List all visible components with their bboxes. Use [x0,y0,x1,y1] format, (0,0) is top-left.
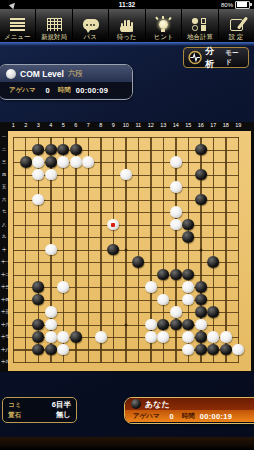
stone-black [195,344,207,356]
pencil-edit-icon [227,17,245,32]
col-label-2: 2 [24,123,27,129]
stone-white [220,331,232,343]
stone-black [207,256,219,268]
row-label-6: 六 [1,197,7,201]
battery-icon [235,1,250,9]
stone-black [32,144,44,156]
stone-white [45,169,57,181]
you-time-label: 時間 [182,412,195,421]
stone-black [45,156,57,168]
col-label-5: 5 [62,123,65,129]
stone-white [95,331,107,343]
col-label-7: 7 [87,123,90,129]
stone-white [57,331,69,343]
stone-black [32,319,44,331]
col-label-6: 6 [74,123,77,129]
row-label-14: 十四 [1,297,7,301]
toolbar-button-label: 待った [117,33,137,39]
stone-black [182,269,194,281]
stone-white [82,156,94,168]
com-rank: 六段 [68,69,83,79]
toolbar-button-label: 設 定 [229,33,244,39]
bottom-strip [0,437,254,450]
stone-black [195,169,207,181]
komi-value: 6目半 [52,400,71,410]
white-stone-icon [6,69,16,79]
col-label-13: 13 [160,123,166,129]
toolbar: メニュー新規対局パス待ったヒント地合計算設 定 [0,9,254,42]
row-label-1: 一 [1,135,7,139]
clock-time: 11:32 [119,1,135,8]
stone-black [32,344,44,356]
stone-white [182,344,194,356]
stone-white [32,194,44,206]
row-label-7: 七 [1,210,7,214]
toolbar-button-label: 地合計算 [187,33,213,39]
row-label-16: 十六 [1,322,7,326]
stone-white [57,156,69,168]
toolbar-button-label: 新規対局 [41,33,67,39]
row-label-5: 五 [1,185,7,189]
you-captures-value: 0 [170,412,174,421]
stone-black [157,269,169,281]
stone-black [20,156,32,168]
star-point [124,323,127,326]
col-label-19: 19 [235,123,241,129]
handicap-value: 無し [56,410,71,420]
star-point [199,248,202,251]
stone-black [45,344,57,356]
you-captures-label: アゲハマ [133,412,160,421]
stone-black [220,344,232,356]
stone-black [207,344,219,356]
stone-white [170,156,182,168]
you-time-value: 00:00:19 [200,412,232,421]
toolbar-button-label: メニュー [5,33,31,39]
toolbar-button-undo[interactable]: 待った [109,9,145,42]
row-label-2: 二 [1,147,7,151]
row-label-8: 八 [1,222,7,226]
stone-black [70,144,82,156]
stone-white [157,331,169,343]
stone-white [32,156,44,168]
stone-black [107,244,119,256]
stone-black [32,331,44,343]
stone-black [195,281,207,293]
stone-black [195,294,207,306]
stone-black [70,331,82,343]
stone-black [195,306,207,318]
col-label-14: 14 [173,123,179,129]
stone-white [145,281,157,293]
stone-black [170,319,182,331]
location-arrow-icon [9,0,17,8]
com-captures-label: アゲハマ [9,86,36,95]
stone-black [132,256,144,268]
col-label-15: 15 [185,123,191,129]
row-label-3: 三 [1,160,7,164]
you-player-panel: あなた アゲハマ 0 時間 00:00:19 [124,397,254,424]
stone-black [57,144,69,156]
game-info-panel: コミ 6目半 置石 無し [2,397,77,423]
toolbar-button-new-game[interactable]: 新規対局 [36,9,72,42]
col-label-8: 8 [99,123,102,129]
toolbar-button-hint[interactable]: ヒント [146,9,182,42]
row-label-9: 九 [1,235,7,239]
toolbar-button-label: パス [84,33,97,39]
stone-white [57,344,69,356]
analysis-mode-button[interactable]: 分析モード [183,47,249,68]
col-label-9: 9 [112,123,115,129]
raised-hand-icon [118,18,136,32]
col-label-10: 10 [123,123,129,129]
row-label-15: 十五 [1,310,7,314]
stone-black [195,194,207,206]
col-label-4: 4 [49,123,52,129]
last-move-marker [111,223,115,227]
stone-white [45,331,57,343]
black-stone-icon [131,399,141,409]
stone-white [170,306,182,318]
analysis-button-label: 分析 [205,45,222,71]
stone-black [157,319,169,331]
territory-shapes-icon [191,17,209,32]
stone-white [32,169,44,181]
row-label-4: 四 [1,172,7,176]
com-captures-value: 0 [46,86,50,95]
stone-white [145,319,157,331]
handicap-label: 置石 [8,411,21,420]
col-label-12: 12 [148,123,154,129]
star-point [124,248,127,251]
stone-white [157,294,169,306]
col-label-1: 1 [12,123,15,129]
stone-white [120,169,132,181]
row-label-13: 十三 [1,285,7,289]
com-player-name: COM Level [20,69,64,79]
toolbar-button-settings[interactable]: 設 定 [219,9,254,42]
speech-bubble-icon [82,17,100,32]
stone-black [182,219,194,231]
col-label-3: 3 [37,123,40,129]
com-time-value: 00:00:09 [76,86,108,95]
stone-white [45,319,57,331]
stone-white [45,306,57,318]
stone-black [32,294,44,306]
row-label-17: 十七 [1,335,7,339]
light-bulb-icon [154,17,172,32]
stone-white [170,181,182,193]
toolbar-button-menu[interactable]: メニュー [0,9,36,42]
row-label-11: 十一 [1,260,7,264]
toolbar-button-territory[interactable]: 地合計算 [182,9,218,42]
battery-percent: 80% [221,2,233,8]
stone-black [45,144,57,156]
stone-white [170,206,182,218]
toolbar-button-pass[interactable]: パス [73,9,109,42]
row-label-12: 十二 [1,272,7,276]
stone-white [70,156,82,168]
hamburger-menu-icon [9,17,27,32]
col-label-18: 18 [223,123,229,129]
stone-white [195,319,207,331]
col-label-11: 11 [135,123,141,129]
com-time-label: 時間 [58,86,71,95]
stone-white [182,281,194,293]
col-label-17: 17 [210,123,216,129]
stone-white [170,219,182,231]
stone-black [32,281,44,293]
komi-label: コミ [8,401,21,410]
stone-black [207,306,219,318]
row-label-19: 十九 [1,360,7,364]
stone-black [195,144,207,156]
go-app-screen: { "game": "go", "position": [ ".........… [0,0,254,450]
stone-white [182,331,194,343]
stone-white [232,344,244,356]
stone-black [182,319,194,331]
row-label-10: 十 [1,247,7,251]
stone-white [45,244,57,256]
board-grid-icon [45,17,63,32]
col-label-16: 16 [198,123,204,129]
status-bar: 11:32 80% [0,0,254,9]
com-player-panel: COM Level 六段 アゲハマ 0 時間 00:00:09 [0,64,133,100]
toolbar-button-label: ヒント [154,33,174,39]
stone-white [207,331,219,343]
stone-white [57,281,69,293]
stone-black [182,231,194,243]
you-player-name: あなた [145,399,170,410]
stone-white [182,294,194,306]
stone-black [170,269,182,281]
stone-black [195,331,207,343]
stone-white [145,331,157,343]
row-label-18: 十八 [1,347,7,351]
analysis-pulse-icon [188,50,202,65]
